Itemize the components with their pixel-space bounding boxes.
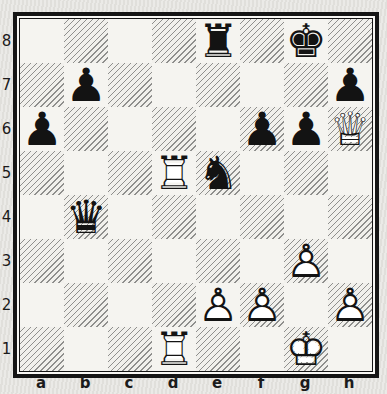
file-labels: abcdefgh: [19, 374, 371, 392]
piece-black-pawn: ♟: [240, 107, 284, 151]
file-label-h: h: [327, 374, 371, 392]
square-b6: [64, 107, 108, 151]
square-h2: ♟♙: [328, 283, 372, 327]
piece-black-rook: ♜: [196, 19, 240, 63]
piece-glyph: ♙: [285, 238, 326, 284]
square-a5: [20, 151, 64, 195]
piece-white-king: ♚♔: [284, 327, 328, 371]
file-label-b: b: [63, 374, 107, 392]
file-label-c: c: [107, 374, 151, 392]
piece-glyph: ♟: [65, 62, 106, 108]
square-c2: [108, 283, 152, 327]
square-b5: [64, 151, 108, 195]
chess-diagram: 87654321 ♜♚♟♟♟♟♟♛♕♜♖♞♛♟♙♟♙♟♙♟♙♜♖♚♔ abcde…: [0, 0, 387, 394]
file-label-g: g: [283, 374, 327, 392]
square-f1: [240, 327, 284, 371]
square-h6: ♛♕: [328, 107, 372, 151]
square-g2: [284, 283, 328, 327]
square-c4: [108, 195, 152, 239]
square-h7: ♟: [328, 63, 372, 107]
piece-glyph: ♟: [241, 106, 282, 152]
rank-label-4: 4: [0, 195, 13, 239]
piece-glyph: ♙: [241, 282, 282, 328]
square-g6: ♟: [284, 107, 328, 151]
piece-glyph: ♖: [153, 150, 194, 196]
square-h4: [328, 195, 372, 239]
piece-white-rook: ♜♖: [152, 327, 196, 371]
square-g7: [284, 63, 328, 107]
file-label-a: a: [19, 374, 63, 392]
piece-black-king: ♚: [284, 19, 328, 63]
square-f5: [240, 151, 284, 195]
square-a1: [20, 327, 64, 371]
rank-label-6: 6: [0, 107, 13, 151]
piece-glyph: ♖: [153, 326, 194, 372]
square-b2: [64, 283, 108, 327]
piece-white-pawn: ♟♙: [196, 283, 240, 327]
piece-white-rook: ♜♖: [152, 151, 196, 195]
piece-glyph: ♛: [65, 194, 106, 240]
square-f2: ♟♙: [240, 283, 284, 327]
piece-glyph: ♟: [21, 106, 62, 152]
board-frame: ♜♚♟♟♟♟♟♛♕♜♖♞♛♟♙♟♙♟♙♟♙♜♖♚♔: [13, 12, 379, 378]
piece-glyph: ♟: [285, 106, 326, 152]
square-c7: [108, 63, 152, 107]
square-d2: [152, 283, 196, 327]
square-f3: [240, 239, 284, 283]
square-a6: ♟: [20, 107, 64, 151]
chess-board: ♜♚♟♟♟♟♟♛♕♜♖♞♛♟♙♟♙♟♙♟♙♜♖♚♔: [20, 19, 372, 371]
square-e2: ♟♙: [196, 283, 240, 327]
square-a3: [20, 239, 64, 283]
square-f4: [240, 195, 284, 239]
square-e8: ♜: [196, 19, 240, 63]
rank-label-5: 5: [0, 151, 13, 195]
square-g8: ♚: [284, 19, 328, 63]
square-a7: [20, 63, 64, 107]
piece-white-pawn: ♟♙: [284, 239, 328, 283]
rank-label-3: 3: [0, 239, 13, 283]
square-e5: ♞: [196, 151, 240, 195]
file-label-e: e: [195, 374, 239, 392]
piece-white-pawn: ♟♙: [328, 283, 372, 327]
piece-glyph: ♙: [197, 282, 238, 328]
rank-label-2: 2: [0, 283, 13, 327]
square-h1: [328, 327, 372, 371]
rank-label-8: 8: [0, 19, 13, 63]
piece-glyph: ♔: [285, 326, 326, 372]
piece-black-knight: ♞: [196, 151, 240, 195]
square-b7: ♟: [64, 63, 108, 107]
square-b3: [64, 239, 108, 283]
rank-labels: 87654321: [0, 19, 13, 371]
square-d1: ♜♖: [152, 327, 196, 371]
piece-glyph: ♕: [329, 106, 370, 152]
square-h3: [328, 239, 372, 283]
square-a8: [20, 19, 64, 63]
square-g3: ♟♙: [284, 239, 328, 283]
square-b1: [64, 327, 108, 371]
square-c6: [108, 107, 152, 151]
square-c3: [108, 239, 152, 283]
piece-black-pawn: ♟: [64, 63, 108, 107]
square-b8: [64, 19, 108, 63]
square-c8: [108, 19, 152, 63]
square-g1: ♚♔: [284, 327, 328, 371]
square-h5: [328, 151, 372, 195]
square-f8: [240, 19, 284, 63]
piece-black-pawn: ♟: [328, 63, 372, 107]
square-f7: [240, 63, 284, 107]
square-f6: ♟: [240, 107, 284, 151]
square-d4: [152, 195, 196, 239]
square-d6: [152, 107, 196, 151]
square-g5: [284, 151, 328, 195]
piece-glyph: ♞: [197, 150, 238, 196]
square-e7: [196, 63, 240, 107]
square-d7: [152, 63, 196, 107]
rank-label-7: 7: [0, 63, 13, 107]
piece-glyph: ♙: [329, 282, 370, 328]
square-a2: [20, 283, 64, 327]
piece-black-pawn: ♟: [20, 107, 64, 151]
file-label-d: d: [151, 374, 195, 392]
square-c5: [108, 151, 152, 195]
square-c1: [108, 327, 152, 371]
square-e3: [196, 239, 240, 283]
square-e1: [196, 327, 240, 371]
board-inner-border: ♜♚♟♟♟♟♟♛♕♜♖♞♛♟♙♟♙♟♙♟♙♜♖♚♔: [19, 18, 373, 372]
square-g4: [284, 195, 328, 239]
square-d3: [152, 239, 196, 283]
piece-black-queen: ♛: [64, 195, 108, 239]
piece-white-queen: ♛♕: [328, 107, 372, 151]
file-label-f: f: [239, 374, 283, 392]
square-a4: [20, 195, 64, 239]
rank-label-1: 1: [0, 327, 13, 371]
square-d8: [152, 19, 196, 63]
square-e6: [196, 107, 240, 151]
piece-white-pawn: ♟♙: [240, 283, 284, 327]
square-e4: [196, 195, 240, 239]
square-b4: ♛: [64, 195, 108, 239]
piece-glyph: ♜: [197, 18, 238, 64]
piece-black-pawn: ♟: [284, 107, 328, 151]
square-d5: ♜♖: [152, 151, 196, 195]
square-h8: [328, 19, 372, 63]
piece-glyph: ♚: [285, 18, 326, 64]
